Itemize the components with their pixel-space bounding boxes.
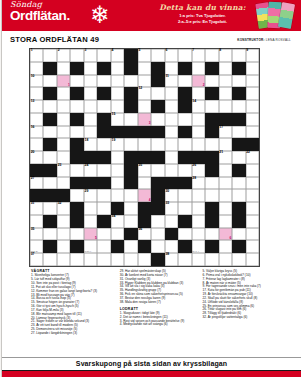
cell-number: 6 — [165, 49, 167, 53]
cell-number: 19 — [112, 139, 116, 143]
cell-r3c8[interactable] — [124, 75, 137, 88]
cell-r1c7[interactable]: 4 — [111, 49, 124, 62]
cell-r1c10[interactable] — [151, 49, 164, 62]
cell-r17c4[interactable] — [70, 253, 83, 266]
cell-r16c13[interactable]: Se s. 4 — [192, 240, 205, 253]
cell-r6c7[interactable]: 15 — [111, 113, 124, 126]
cell-r3c14[interactable] — [205, 75, 218, 88]
cell-r15c5[interactable]: 5 — [84, 228, 97, 241]
cell-r15c7[interactable] — [111, 228, 124, 241]
black-cell-r9c12 — [178, 151, 191, 164]
cell-r16c6[interactable] — [97, 240, 110, 253]
cell-r8c1[interactable] — [30, 138, 43, 151]
cell-r5c4[interactable] — [70, 100, 83, 113]
cell-r5c1[interactable]: 13 — [30, 100, 43, 113]
black-cell-r2c8 — [124, 62, 137, 75]
cell-r12c5[interactable]: 29 — [84, 189, 97, 202]
cell-r9c17[interactable]: 22 — [246, 151, 259, 164]
cell-number: 11 — [165, 75, 169, 79]
cell-r2c9[interactable] — [138, 62, 151, 75]
cell-r17c9[interactable] — [138, 253, 151, 266]
cell-r12c15[interactable] — [219, 189, 232, 202]
cell-r11c14[interactable] — [205, 177, 218, 190]
clue-item: 4. Medryckande rätt att svänga (6) — [120, 323, 199, 327]
black-cell-r6c16 — [232, 113, 245, 126]
cell-number: 33 — [165, 202, 169, 206]
cell-r3c15[interactable] — [219, 75, 232, 88]
cell-r14c15[interactable] — [219, 215, 232, 228]
cell-r13c17[interactable] — [246, 202, 259, 215]
cell-r17c1[interactable]: 37 — [30, 253, 43, 266]
cell-number: 22 — [246, 151, 250, 155]
black-cell-r13c16 — [232, 202, 245, 215]
cell-r1c15[interactable]: 8 — [219, 49, 232, 62]
footer-divider — [2, 357, 301, 358]
black-cell-r8c17 — [246, 138, 259, 151]
cell-r10c15[interactable] — [219, 164, 232, 177]
black-cell-r13c9 — [138, 202, 151, 215]
cell-r2c7[interactable] — [111, 62, 124, 75]
cell-r15c9[interactable]: 36 — [138, 228, 151, 241]
cell-number: 26 — [192, 164, 196, 168]
black-cell-r5c10 — [151, 100, 164, 113]
cell-r15c10[interactable] — [151, 228, 164, 241]
cell-r4c10[interactable] — [151, 87, 164, 100]
clue-item: 27. Löpande i längdriktningen (3) — [31, 332, 116, 336]
black-cell-r14c2 — [43, 215, 56, 228]
cell-r10c10[interactable] — [151, 164, 164, 177]
black-cell-r6c6 — [97, 113, 110, 126]
cell-r12c11[interactable]: 30 — [165, 189, 178, 202]
cell-r15c12[interactable] — [178, 228, 191, 241]
cell-r5c14[interactable] — [205, 100, 218, 113]
down-clues-part1: 1. Skogsduvor i tidigt läte (9)2. Det är… — [120, 312, 199, 327]
cell-r3c5[interactable] — [84, 75, 97, 88]
cell-r8c14[interactable] — [205, 138, 218, 151]
cell-r17c6[interactable] — [97, 253, 110, 266]
cell-r8c5[interactable]: 18 — [84, 138, 97, 151]
cell-r15c1[interactable]: 35 — [30, 228, 43, 241]
cell-r11c7[interactable] — [111, 177, 124, 190]
cell-r2c11[interactable] — [165, 62, 178, 75]
crossword-grid-frame: 1234567891011121213141531617181920212223… — [29, 48, 260, 267]
clue-section: VÅGRÄTT 1. Skenheliga konverter (7)5. Lä… — [31, 270, 293, 356]
cell-r8c3[interactable] — [57, 138, 70, 151]
black-cell-r10c1 — [30, 164, 43, 177]
cell-r1c13[interactable]: 7 — [192, 49, 205, 62]
black-cell-r4c8 — [124, 87, 137, 100]
cell-r10c6[interactable] — [97, 164, 110, 177]
cell-r8c15[interactable] — [219, 138, 232, 151]
cell-r12c7[interactable] — [111, 189, 124, 202]
cell-r3c2[interactable] — [43, 75, 56, 88]
black-cell-r11c12 — [178, 177, 191, 190]
cell-r10c4[interactable] — [70, 164, 83, 177]
cell-r8c12[interactable] — [178, 138, 191, 151]
cell-r13c3[interactable]: 32 — [57, 202, 70, 215]
cell-r15c16[interactable] — [232, 228, 245, 241]
cell-r2c13[interactable] — [192, 62, 205, 75]
clue-column-2: 29. Har aktivt spelmästerskap (5)30. Är … — [120, 270, 199, 356]
black-cell-r13c10 — [151, 202, 164, 215]
black-cell-r7c7 — [111, 126, 124, 139]
cell-r13c1[interactable]: 31 — [30, 202, 43, 215]
cell-r16c1[interactable]: Obs! Ej — [30, 240, 43, 253]
cell-r14c8[interactable] — [124, 215, 137, 228]
cell-r3c1[interactable]: 10 — [30, 75, 43, 88]
black-cell-r7c6 — [97, 126, 110, 139]
cell-number: 3 — [85, 49, 87, 53]
cell-r17c12[interactable] — [178, 253, 191, 266]
cell-r4c9[interactable]: 12 — [138, 87, 151, 100]
lottery-tickets-image — [255, 1, 297, 30]
cell-r3c6[interactable] — [97, 75, 110, 88]
answer-coupon-note: Svarskupong på sista sidan av kryssbilag… — [2, 360, 301, 367]
cell-r9c1[interactable]: 20 — [30, 151, 43, 164]
cell-r15c3[interactable] — [57, 228, 70, 241]
black-cell-r11c10 — [151, 177, 164, 190]
ordflatan-logo: Söndag Ordflätan. — [10, 1, 70, 23]
cell-r14c17[interactable] — [246, 215, 259, 228]
black-cell-r2c4 — [70, 62, 83, 75]
cell-r12c6[interactable] — [97, 189, 110, 202]
cell-r14c10[interactable] — [151, 215, 164, 228]
cell-r17c17[interactable] — [246, 253, 259, 266]
cell-r14c5[interactable] — [84, 215, 97, 228]
cell-number: 34 — [112, 215, 116, 219]
clue-column-1: VÅGRÄTT 1. Skenheliga konverter (7)5. Lä… — [31, 270, 116, 356]
cell-r11c3[interactable] — [57, 177, 70, 190]
black-cell-r14c16 — [232, 215, 245, 228]
cell-r12c9[interactable]: 4 — [138, 189, 151, 202]
cell-r14c1[interactable] — [30, 215, 43, 228]
cell-r3c7[interactable] — [111, 75, 124, 88]
black-cell-r16c14 — [205, 240, 218, 253]
cell-r6c12[interactable] — [178, 113, 191, 126]
cell-r1c16[interactable] — [232, 49, 245, 62]
prize-info: Detta kan du vinna: 1:a pris: Två Tjugol… — [150, 3, 255, 24]
black-cell-r12c10 — [151, 189, 164, 202]
cell-r13c13[interactable] — [192, 202, 205, 215]
clue-column-3: 5. Väljer kluriga kryss (5)6. Prima vrål… — [202, 270, 293, 356]
cell-r12c16[interactable] — [232, 189, 245, 202]
cell-r5c6[interactable] — [97, 100, 110, 113]
cell-r2c5[interactable] — [84, 62, 97, 75]
cell-r3c11[interactable]: 11 — [165, 75, 178, 88]
cell-r11c9[interactable] — [138, 177, 151, 190]
cell-r11c17[interactable] — [246, 177, 259, 190]
cell-r16c10[interactable] — [151, 240, 164, 253]
cell-r6c8[interactable] — [124, 113, 137, 126]
cell-r1c11[interactable]: 6 — [165, 49, 178, 62]
cell-r14c3[interactable] — [57, 215, 70, 228]
cell-r15c14[interactable] — [205, 228, 218, 241]
cell-r6c10[interactable] — [151, 113, 164, 126]
cell-r17c11[interactable]: 38 — [165, 253, 178, 266]
cell-r7c15[interactable]: 17 — [219, 126, 232, 139]
cell-r11c16[interactable] — [232, 177, 245, 190]
cell-r15c6[interactable] — [97, 228, 110, 241]
cell-r5c16[interactable] — [232, 100, 245, 113]
cell-r7c11[interactable] — [165, 126, 178, 139]
cell-r6c9[interactable]: 3 — [138, 113, 151, 126]
lottery-ticket — [278, 2, 295, 29]
cell-r14c13[interactable] — [192, 215, 205, 228]
cell-r17c13[interactable] — [192, 253, 205, 266]
cell-r15c15[interactable]: 6 — [219, 228, 232, 241]
cell-r7c5[interactable] — [84, 126, 97, 139]
cell-r11c15[interactable] — [219, 177, 232, 190]
black-cell-r4c4 — [70, 87, 83, 100]
black-cell-r12c1 — [30, 189, 43, 202]
black-cell-r8c2 — [43, 138, 56, 151]
cell-r6c3[interactable] — [57, 113, 70, 126]
black-cell-r11c6 — [97, 177, 110, 190]
black-cell-r16c12 — [178, 240, 191, 253]
cell-r17c3[interactable] — [57, 253, 70, 266]
cell-r3c9[interactable] — [138, 75, 151, 88]
cell-r5c13[interactable]: 14 — [192, 100, 205, 113]
cell-r7c4[interactable] — [70, 126, 83, 139]
cell-r7c3[interactable] — [57, 126, 70, 139]
black-cell-r9c10 — [151, 151, 164, 164]
cell-r11c13[interactable]: 28 — [192, 177, 205, 190]
black-cell-r2c14 — [205, 62, 218, 75]
black-cell-r13c4 — [70, 202, 83, 215]
cell-r2c15[interactable] — [219, 62, 232, 75]
cell-r4c15[interactable] — [219, 87, 232, 100]
cell-r17c16[interactable] — [232, 253, 245, 266]
cell-r1c4[interactable] — [70, 49, 83, 62]
black-cell-r16c7 — [111, 240, 124, 253]
black-cell-r16c2 — [43, 240, 56, 253]
cell-r9c2[interactable] — [43, 151, 56, 164]
cell-number: 32 — [58, 202, 62, 206]
black-cell-r9c9 — [138, 151, 151, 164]
cell-helper-text: svart o. — [84, 250, 91, 252]
cell-r10c17[interactable] — [246, 164, 259, 177]
black-cell-r9c6 — [97, 151, 110, 164]
cell-r15c17[interactable] — [246, 228, 259, 241]
cell-r1c3[interactable]: 2 — [57, 49, 70, 62]
cell-r3c16[interactable] — [232, 75, 245, 88]
cell-r17c15[interactable] — [219, 253, 232, 266]
cell-r7c2[interactable] — [43, 126, 56, 139]
black-cell-r7c9 — [138, 126, 151, 139]
black-cell-r8c16 — [232, 138, 245, 151]
cell-r9c3[interactable] — [57, 151, 70, 164]
cell-r3c13[interactable]: 2 — [192, 75, 205, 88]
cell-r10c11[interactable] — [165, 164, 178, 177]
cell-r8c7[interactable]: 19 — [111, 138, 124, 151]
cell-number: 36 — [138, 228, 142, 232]
cell-r13c6[interactable] — [97, 202, 110, 215]
black-cell-r12c2 — [43, 189, 56, 202]
cell-r17c5[interactable] — [84, 253, 97, 266]
cell-r1c5[interactable]: 3 — [84, 49, 97, 62]
cell-r11c1[interactable]: 27 — [30, 177, 43, 190]
cell-r8c9[interactable] — [138, 138, 151, 151]
cell-r17c7[interactable] — [111, 253, 124, 266]
black-cell-r2c16 — [232, 62, 245, 75]
cell-r12c12[interactable] — [178, 189, 191, 202]
cell-r1c6[interactable] — [97, 49, 110, 62]
prize-line-1: 1:a pris: Två Tjugolotter. — [150, 13, 255, 18]
black-cell-r2c6 — [97, 62, 110, 75]
cell-number: 9 — [246, 49, 248, 53]
black-cell-r11c8 — [124, 177, 137, 190]
cell-r1c17[interactable]: 9 — [246, 49, 259, 62]
cell-r15c2[interactable] — [43, 228, 56, 241]
cell-r16c5[interactable]: svart o. — [84, 240, 97, 253]
cell-r9c11[interactable] — [165, 151, 178, 164]
cell-r7c13[interactable] — [192, 126, 205, 139]
cell-r3c4[interactable] — [70, 75, 83, 88]
cell-r17c2[interactable] — [43, 253, 56, 266]
cell-r10c3[interactable]: 23 — [57, 164, 70, 177]
cell-r16c17[interactable] — [246, 240, 259, 253]
black-cell-r9c8 — [124, 151, 137, 164]
cell-r8c11[interactable] — [165, 138, 178, 151]
cell-r3c17[interactable] — [246, 75, 259, 88]
cell-r2c3[interactable] — [57, 62, 70, 75]
black-cell-r14c12 — [178, 215, 191, 228]
cell-r5c2[interactable] — [43, 100, 56, 113]
cell-r6c1[interactable] — [30, 113, 43, 126]
cell-r5c5[interactable] — [84, 100, 97, 113]
cell-r15c4[interactable] — [70, 228, 83, 241]
cell-r9c16[interactable] — [232, 151, 245, 164]
cell-r13c8[interactable] — [124, 202, 137, 215]
black-cell-r14c4 — [70, 215, 83, 228]
black-cell-r4c2 — [43, 87, 56, 100]
cell-r16c8[interactable] — [124, 240, 137, 253]
cell-r6c11[interactable] — [165, 113, 178, 126]
cell-number: 10 — [31, 75, 35, 79]
snowflake-icon: ❄ — [90, 1, 110, 29]
cell-r4c13[interactable] — [192, 87, 205, 100]
cell-r2c17[interactable] — [246, 62, 259, 75]
cell-number: 31 — [31, 202, 35, 206]
cell-r3c12[interactable] — [178, 75, 191, 88]
cell-r4c17[interactable] — [246, 87, 259, 100]
cell-r12c13[interactable] — [192, 189, 205, 202]
cell-r5c7[interactable] — [111, 100, 124, 113]
black-cell-r7c14 — [205, 126, 218, 139]
cell-r1c2[interactable] — [43, 49, 56, 62]
black-cell-r11c11 — [165, 177, 178, 190]
cell-r12c17[interactable] — [246, 189, 259, 202]
cell-r1c12[interactable] — [178, 49, 191, 62]
cell-r5c3[interactable] — [57, 100, 70, 113]
cell-r1c14[interactable] — [205, 49, 218, 62]
cell-r9c15[interactable]: 21 — [219, 151, 232, 164]
cell-r10c13[interactable]: 26 — [192, 164, 205, 177]
cell-r10c12[interactable] — [178, 164, 191, 177]
down-clues-part2: 5. Väljer kluriga kryss (5)6. Prima vrål… — [202, 270, 293, 320]
cell-r14c11[interactable] — [165, 215, 178, 228]
cell-r7c17[interactable] — [246, 126, 259, 139]
cell-r4c3[interactable] — [57, 87, 70, 100]
cell-number: 17 — [219, 126, 223, 130]
cell-r10c7[interactable] — [111, 164, 124, 177]
cell-r14c7[interactable]: 34 — [111, 215, 124, 228]
cell-number: 12 — [138, 87, 142, 91]
cell-r12c8[interactable] — [124, 189, 137, 202]
cell-r5c9[interactable] — [138, 100, 151, 113]
cell-r10c5[interactable]: 24 — [84, 164, 97, 177]
cell-r16c15[interactable] — [219, 240, 232, 253]
cell-number: 30 — [165, 190, 169, 194]
black-cell-r6c14 — [205, 113, 218, 126]
cell-r6c5[interactable] — [84, 113, 97, 126]
cell-r11c2[interactable] — [43, 177, 56, 190]
cell-r5c11[interactable] — [165, 100, 178, 113]
cell-r13c2[interactable] — [43, 202, 56, 215]
cell-number: 1 — [31, 49, 33, 53]
cell-number: 4 — [112, 49, 114, 53]
cell-number: 28 — [192, 177, 196, 181]
cell-r12c14[interactable] — [205, 189, 218, 202]
cell-r8c6[interactable] — [97, 138, 110, 151]
black-cell-r2c10 — [151, 62, 164, 75]
cell-r10c9[interactable]: 25 — [138, 164, 151, 177]
cell-r4c5[interactable] — [84, 87, 97, 100]
constructor-credit: KONSTRUKTÖR: LENA ROSVALL — [237, 38, 291, 42]
cell-r12c4[interactable] — [70, 189, 83, 202]
cell-r15c13[interactable] — [192, 228, 205, 241]
cell-r7c16[interactable] — [232, 126, 245, 139]
cell-r2c1[interactable] — [30, 62, 43, 75]
cell-r16c3[interactable] — [57, 240, 70, 253]
cell-r9c7[interactable] — [111, 151, 124, 164]
cell-r3c3[interactable]: 1 — [57, 75, 70, 88]
black-cell-r14c9 — [138, 215, 151, 228]
cell-r13c12[interactable] — [178, 202, 191, 215]
cell-r13c11[interactable]: 33 — [165, 202, 178, 215]
masthead-banner: Söndag Ordflätan. ❄ Detta kan du vinna: … — [2, 0, 301, 31]
cell-r4c1[interactable] — [30, 87, 43, 100]
black-cell-r15c11 — [165, 228, 178, 241]
cell-r1c1[interactable]: 1 — [30, 49, 43, 62]
cell-r17c8[interactable] — [124, 253, 137, 266]
cell-r8c13[interactable] — [192, 138, 205, 151]
cell-r13c5[interactable] — [84, 202, 97, 215]
cell-r13c15[interactable] — [219, 202, 232, 215]
cell-number: 15 — [112, 113, 116, 117]
black-cell-r10c14 — [205, 164, 218, 177]
cell-number: 14 — [192, 100, 196, 104]
cell-r1c9[interactable]: 5 — [138, 49, 151, 62]
cell-r4c11[interactable] — [165, 87, 178, 100]
cell-r8c10[interactable] — [151, 138, 164, 151]
cell-r6c13[interactable] — [192, 113, 205, 126]
black-cell-r6c2 — [43, 113, 56, 126]
crossword-grid: 1234567891011121213141531617181920212223… — [30, 49, 259, 266]
cell-r16c11[interactable] — [165, 240, 178, 253]
black-cell-r11c5 — [84, 177, 97, 190]
cell-r7c1[interactable]: 16 — [30, 126, 43, 139]
cell-r5c17[interactable] — [246, 100, 259, 113]
cell-r4c7[interactable] — [111, 87, 124, 100]
cell-r17c14[interactable] — [205, 253, 218, 266]
constructor-name: LENA ROSVALL — [266, 38, 291, 42]
cell-r8c8[interactable] — [124, 138, 137, 151]
black-cell-r13c14 — [205, 202, 218, 215]
cell-r5c15[interactable] — [219, 100, 232, 113]
black-cell-r16c16 — [232, 240, 245, 253]
cell-r6c17[interactable] — [246, 113, 259, 126]
